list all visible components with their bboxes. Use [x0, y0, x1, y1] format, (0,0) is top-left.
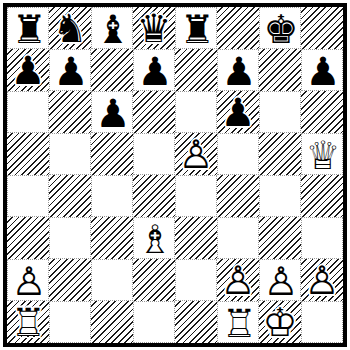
- white-queen-icon: ♕: [302, 134, 344, 176]
- square-d8[interactable]: ♛: [133, 7, 175, 49]
- square-f8[interactable]: [217, 7, 259, 49]
- piece-black-pawn: ♟: [134, 50, 176, 92]
- square-d2[interactable]: [133, 259, 175, 301]
- square-f1[interactable]: ♜♖: [217, 301, 259, 343]
- piece-white-pawn: ♟♙: [217, 259, 259, 301]
- piece-white-queen: ♛♕: [302, 134, 344, 176]
- square-e7[interactable]: [175, 49, 217, 91]
- square-d5[interactable]: [133, 133, 175, 175]
- square-g3[interactable]: [259, 217, 301, 259]
- square-g5[interactable]: [259, 133, 301, 175]
- square-a2[interactable]: ♟♙: [7, 259, 49, 301]
- square-h7[interactable]: ♟: [301, 49, 343, 91]
- square-f6[interactable]: ♟: [217, 91, 259, 133]
- square-b1[interactable]: [49, 301, 91, 343]
- piece-black-knight: ♞: [49, 7, 91, 49]
- square-b7[interactable]: ♟: [49, 49, 91, 91]
- square-e3[interactable]: [175, 217, 217, 259]
- square-d7[interactable]: ♟: [133, 49, 175, 91]
- square-f3[interactable]: [217, 217, 259, 259]
- square-g6[interactable]: [259, 91, 301, 133]
- square-g4[interactable]: [259, 175, 301, 217]
- black-pawn-icon: ♟: [134, 50, 176, 92]
- square-h3[interactable]: [301, 217, 343, 259]
- square-h5[interactable]: ♛♕: [301, 133, 343, 175]
- square-b5[interactable]: [49, 133, 91, 175]
- white-pawn-icon: ♙: [301, 259, 343, 301]
- square-h6[interactable]: [301, 91, 343, 133]
- square-a5[interactable]: [7, 133, 49, 175]
- piece-black-rook: ♜: [176, 8, 218, 50]
- piece-white-pawn: ♟♙: [260, 260, 302, 302]
- square-d4[interactable]: [133, 175, 175, 217]
- chess-board: ♜♞♝♛♜♚♟♟♟♟♟♟♟♟♙♛♕♝♗♟♙♟♙♟♙♟♙♜♖♜♖♚♔: [7, 7, 343, 343]
- black-pawn-icon: ♟: [217, 91, 259, 133]
- square-g1[interactable]: ♚♔: [259, 301, 301, 343]
- square-h2[interactable]: ♟♙: [301, 259, 343, 301]
- white-pawn-icon: ♙: [175, 133, 217, 175]
- black-pawn-icon: ♟: [302, 50, 344, 92]
- square-g2[interactable]: ♟♙: [259, 259, 301, 301]
- white-pawn-icon: ♙: [8, 260, 50, 302]
- square-b6[interactable]: [49, 91, 91, 133]
- piece-white-rook: ♜♖: [7, 301, 49, 343]
- square-a7[interactable]: ♟: [7, 49, 49, 91]
- piece-black-king: ♚: [260, 8, 302, 50]
- square-e8[interactable]: ♜: [175, 7, 217, 49]
- piece-black-pawn: ♟: [217, 91, 259, 133]
- black-pawn-icon: ♟: [7, 49, 49, 91]
- square-e2[interactable]: [175, 259, 217, 301]
- square-f7[interactable]: ♟: [217, 49, 259, 91]
- square-b4[interactable]: [49, 175, 91, 217]
- piece-black-rook: ♜: [8, 8, 50, 50]
- piece-black-pawn: ♟: [92, 92, 134, 134]
- black-king-icon: ♚: [260, 8, 302, 50]
- white-pawn-icon: ♙: [260, 260, 302, 302]
- square-a4[interactable]: [7, 175, 49, 217]
- square-e5[interactable]: ♟♙: [175, 133, 217, 175]
- square-g7[interactable]: [259, 49, 301, 91]
- square-e6[interactable]: [175, 91, 217, 133]
- square-e1[interactable]: [175, 301, 217, 343]
- piece-black-queen: ♛: [133, 7, 175, 49]
- square-a6[interactable]: [7, 91, 49, 133]
- black-bishop-icon: ♝: [92, 8, 134, 50]
- white-bishop-icon: ♗: [134, 218, 176, 260]
- square-c7[interactable]: [91, 49, 133, 91]
- square-b2[interactable]: [49, 259, 91, 301]
- square-b3[interactable]: [49, 217, 91, 259]
- black-pawn-icon: ♟: [218, 50, 260, 92]
- square-g8[interactable]: ♚: [259, 7, 301, 49]
- square-d1[interactable]: [133, 301, 175, 343]
- square-f5[interactable]: [217, 133, 259, 175]
- piece-black-pawn: ♟: [50, 50, 92, 92]
- black-queen-icon: ♛: [133, 7, 175, 49]
- square-a8[interactable]: ♜: [7, 7, 49, 49]
- white-king-icon: ♔: [259, 301, 301, 343]
- square-b8[interactable]: ♞: [49, 7, 91, 49]
- square-d3[interactable]: ♝♗: [133, 217, 175, 259]
- piece-white-king: ♚♔: [259, 301, 301, 343]
- square-c2[interactable]: [91, 259, 133, 301]
- black-pawn-icon: ♟: [92, 92, 134, 134]
- square-c6[interactable]: ♟: [91, 91, 133, 133]
- square-c5[interactable]: [91, 133, 133, 175]
- square-c4[interactable]: [91, 175, 133, 217]
- square-h8[interactable]: [301, 7, 343, 49]
- piece-white-bishop: ♝♗: [134, 218, 176, 260]
- square-a3[interactable]: [7, 217, 49, 259]
- square-c1[interactable]: [91, 301, 133, 343]
- square-e4[interactable]: [175, 175, 217, 217]
- square-h4[interactable]: [301, 175, 343, 217]
- piece-black-pawn: ♟: [218, 50, 260, 92]
- black-pawn-icon: ♟: [50, 50, 92, 92]
- black-rook-icon: ♜: [8, 8, 50, 50]
- piece-black-bishop: ♝: [92, 8, 134, 50]
- piece-black-pawn: ♟: [7, 49, 49, 91]
- square-a1[interactable]: ♜♖: [7, 301, 49, 343]
- piece-white-pawn: ♟♙: [175, 133, 217, 175]
- white-rook-icon: ♖: [7, 301, 49, 343]
- piece-white-pawn: ♟♙: [301, 259, 343, 301]
- square-h1[interactable]: [301, 301, 343, 343]
- piece-black-pawn: ♟: [302, 50, 344, 92]
- black-knight-icon: ♞: [49, 7, 91, 49]
- square-c8[interactable]: ♝: [91, 7, 133, 49]
- square-f2[interactable]: ♟♙: [217, 259, 259, 301]
- white-pawn-icon: ♙: [217, 259, 259, 301]
- square-c3[interactable]: [91, 217, 133, 259]
- piece-white-rook: ♜♖: [218, 302, 260, 344]
- piece-white-pawn: ♟♙: [8, 260, 50, 302]
- chess-board-frame: ♜♞♝♛♜♚♟♟♟♟♟♟♟♟♙♛♕♝♗♟♙♟♙♟♙♟♙♜♖♜♖♚♔: [3, 3, 347, 347]
- black-rook-icon: ♜: [176, 8, 218, 50]
- square-d6[interactable]: [133, 91, 175, 133]
- square-f4[interactable]: [217, 175, 259, 217]
- white-rook-icon: ♖: [218, 302, 260, 344]
